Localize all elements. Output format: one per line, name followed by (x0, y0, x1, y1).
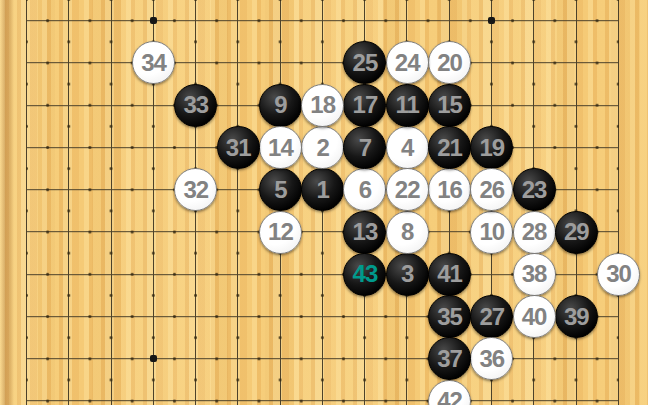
stone-black-43[interactable]: 43 (343, 253, 386, 296)
stone-black-19[interactable]: 19 (470, 126, 513, 169)
gomoku-board[interactable]: 1234567891011121314151617181920212223242… (0, 0, 648, 405)
stone-black-5[interactable]: 5 (259, 168, 302, 211)
stone-black-13[interactable]: 13 (343, 211, 386, 254)
stone-white-2[interactable]: 2 (301, 126, 344, 169)
stone-black-17[interactable]: 17 (343, 84, 386, 127)
stone-white-28[interactable]: 28 (513, 211, 556, 254)
star-point (150, 355, 157, 362)
stone-black-33[interactable]: 33 (174, 84, 217, 127)
stone-black-39[interactable]: 39 (555, 295, 598, 338)
stone-white-10[interactable]: 10 (470, 211, 513, 254)
stone-black-29[interactable]: 29 (555, 211, 598, 254)
stone-white-40[interactable]: 40 (513, 295, 556, 338)
stone-white-18[interactable]: 18 (301, 84, 344, 127)
stone-black-3[interactable]: 3 (386, 253, 429, 296)
stone-black-35[interactable]: 35 (428, 295, 471, 338)
stone-white-24[interactable]: 24 (386, 41, 429, 84)
stone-white-4[interactable]: 4 (386, 126, 429, 169)
star-point (150, 17, 157, 24)
stone-white-22[interactable]: 22 (386, 168, 429, 211)
stone-black-21[interactable]: 21 (428, 126, 471, 169)
stone-white-14[interactable]: 14 (259, 126, 302, 169)
stone-white-30[interactable]: 30 (597, 253, 640, 296)
star-point (488, 17, 495, 24)
stone-black-9[interactable]: 9 (259, 84, 302, 127)
stone-black-11[interactable]: 11 (386, 84, 429, 127)
stone-white-12[interactable]: 12 (259, 211, 302, 254)
stone-black-15[interactable]: 15 (428, 84, 471, 127)
stone-white-16[interactable]: 16 (428, 168, 471, 211)
stone-white-8[interactable]: 8 (386, 211, 429, 254)
stone-black-41[interactable]: 41 (428, 253, 471, 296)
stone-black-23[interactable]: 23 (513, 168, 556, 211)
stone-white-38[interactable]: 38 (513, 253, 556, 296)
stone-black-31[interactable]: 31 (217, 126, 260, 169)
